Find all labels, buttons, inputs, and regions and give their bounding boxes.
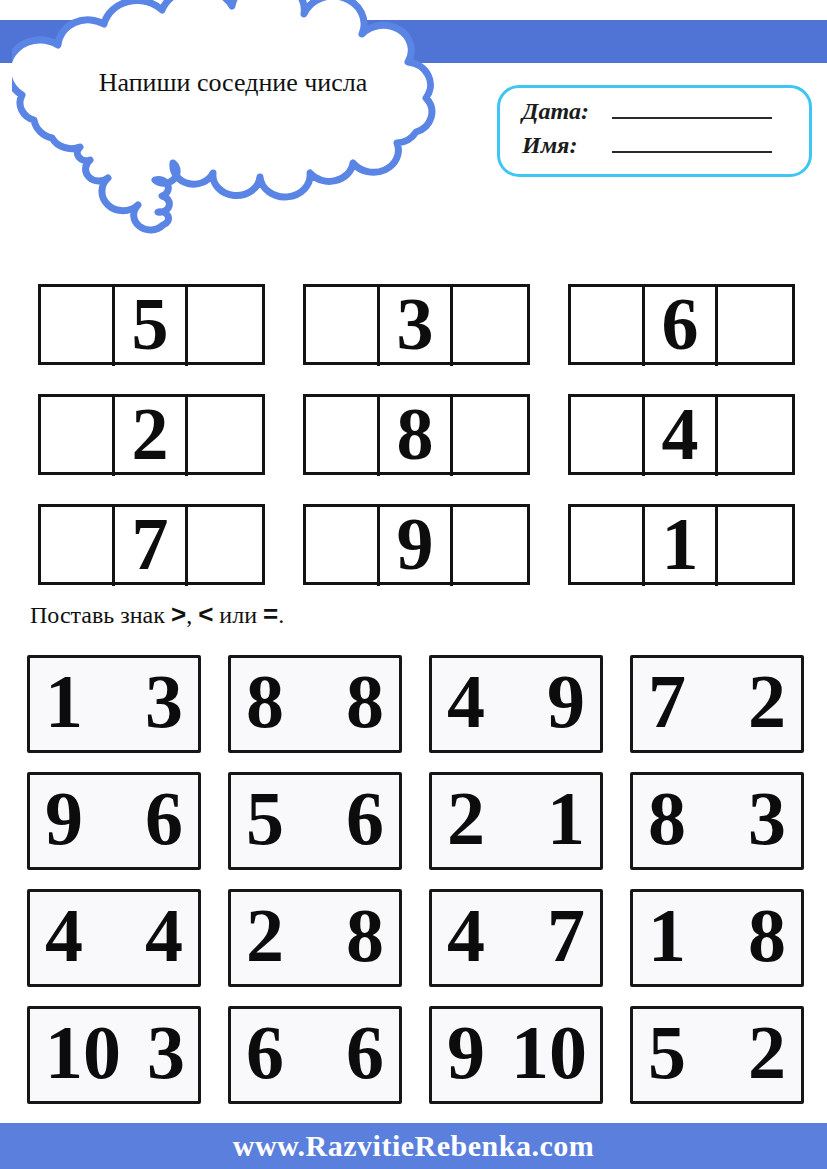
comparison-box: 6 6 [228,1006,402,1104]
comparison-right-number: 8 [346,663,384,746]
answer-cell-left[interactable] [571,287,645,366]
sign-answer-slot[interactable] [704,1025,730,1085]
comparison-right-number: 3 [748,780,786,863]
comparison-right-number: 3 [147,1014,185,1097]
comparison-left-number: 8 [648,780,686,863]
sign-answer-slot[interactable] [101,908,127,968]
sign-answer-slot[interactable] [503,791,529,851]
answer-cell-left[interactable] [306,287,380,366]
sign-answer-slot[interactable] [101,674,127,734]
answer-cell-left[interactable] [306,507,380,586]
comparison-box: 9 6 [27,772,201,870]
answer-cell-right[interactable] [453,507,527,586]
name-input-line[interactable] [612,135,772,153]
date-row: Дата: [522,98,809,132]
comparison-box: 5 2 [630,1006,804,1104]
comparison-box: 4 4 [27,889,201,987]
neighbors-box: 2 [38,394,265,475]
speech-bubble-cloud [12,0,442,235]
comparison-right-number: 10 [511,1014,587,1097]
instruction-or: или [213,602,263,628]
comparison-left-number: 4 [447,663,485,746]
date-name-panel: Дата: Имя: [497,85,812,177]
comparison-box: 7 2 [630,655,804,753]
answer-cell-right[interactable] [188,397,262,476]
comparison-box: 2 8 [228,889,402,987]
comparison-left-number: 8 [246,663,284,746]
answer-cell-right[interactable] [188,287,262,366]
sign-answer-slot[interactable] [302,791,328,851]
neighbors-box: 8 [303,394,530,475]
comparison-box: 1 8 [630,889,804,987]
sign-answer-slot[interactable] [503,908,529,968]
neighbors-box: 5 [38,284,265,365]
given-number-cell: 3 [380,287,454,366]
given-number-cell: 5 [115,287,189,366]
given-number-cell: 4 [645,397,719,476]
footer-url[interactable]: www.RazvitieRebenka.com [233,1129,594,1163]
answer-cell-left[interactable] [41,287,115,366]
date-input-line[interactable] [612,101,772,119]
neighbors-box: 9 [303,504,530,585]
sign-answer-slot[interactable] [302,1025,328,1085]
instruction-text: Поставь знак >, < или =. [30,599,284,630]
comparison-left-number: 4 [447,897,485,980]
answer-cell-right[interactable] [188,507,262,586]
comparison-box: 9 10 [429,1006,603,1104]
date-label: Дата: [522,98,600,125]
sign-answer-slot[interactable] [704,791,730,851]
answer-cell-right[interactable] [718,507,792,586]
answer-cell-right[interactable] [453,397,527,476]
sign-answer-slot[interactable] [485,1025,511,1085]
comparison-box: 10 3 [27,1006,201,1104]
comparison-left-number: 1 [648,897,686,980]
given-number-cell: 2 [115,397,189,476]
sign-answer-slot[interactable] [302,908,328,968]
greater-sign: > [171,599,186,629]
comparison-left-number: 1 [45,663,83,746]
comparison-box: 4 9 [429,655,603,753]
sign-answer-slot[interactable] [503,674,529,734]
comparison-left-number: 2 [246,897,284,980]
comparison-left-number: 2 [447,780,485,863]
worksheet-page: Напиши соседние числа Дата: Имя: 5 3 6 [0,0,827,1169]
neighbors-grid: 5 3 6 2 8 4 7 [38,284,795,585]
name-row: Имя: [522,132,809,166]
comparison-right-number: 3 [145,663,183,746]
comparison-right-number: 6 [346,1014,384,1097]
answer-cell-left[interactable] [571,397,645,476]
comparison-box: 8 8 [228,655,402,753]
answer-cell-left[interactable] [41,397,115,476]
comparison-right-number: 7 [547,897,585,980]
cloud-outline-svg [12,0,442,235]
comparison-left-number: 5 [246,780,284,863]
given-number-cell: 7 [115,507,189,586]
neighbors-box: 6 [568,284,795,365]
comparison-box: 1 3 [27,655,201,753]
less-sign: < [198,599,213,629]
answer-cell-left[interactable] [306,397,380,476]
answer-cell-left[interactable] [41,507,115,586]
given-number-cell: 6 [645,287,719,366]
comparison-left-number: 10 [45,1014,121,1097]
comparison-grid: 1 3 8 8 4 9 7 2 9 6 5 6 2 [27,655,804,1104]
answer-cell-right[interactable] [718,287,792,366]
comparison-right-number: 2 [748,663,786,746]
instruction-sep: , [186,602,198,628]
comparison-right-number: 4 [145,897,183,980]
comparison-box: 2 1 [429,772,603,870]
comparison-left-number: 4 [45,897,83,980]
sign-answer-slot[interactable] [121,1025,147,1085]
comparison-right-number: 8 [346,897,384,980]
name-label: Имя: [522,132,600,159]
comparison-right-number: 1 [547,780,585,863]
instruction-period: . [278,602,284,628]
neighbors-box: 1 [568,504,795,585]
comparison-left-number: 6 [246,1014,284,1097]
comparison-box: 8 3 [630,772,804,870]
comparison-box: 5 6 [228,772,402,870]
instruction-prefix: Поставь знак [30,602,171,628]
sign-answer-slot[interactable] [704,674,730,734]
answer-cell-right[interactable] [453,287,527,366]
comparison-right-number: 6 [145,780,183,863]
comparison-left-number: 5 [648,1014,686,1097]
comparison-right-number: 8 [748,897,786,980]
comparison-left-number: 9 [447,1014,485,1097]
given-number-cell: 1 [645,507,719,586]
neighbors-box: 3 [303,284,530,365]
answer-cell-left[interactable] [571,507,645,586]
comparison-left-number: 9 [45,780,83,863]
comparison-box: 4 7 [429,889,603,987]
given-number-cell: 8 [380,397,454,476]
sign-answer-slot[interactable] [101,791,127,851]
comparison-right-number: 2 [748,1014,786,1097]
sign-answer-slot[interactable] [302,674,328,734]
neighbors-box: 4 [568,394,795,475]
comparison-right-number: 6 [346,780,384,863]
cloud-outline-path [12,0,432,230]
neighbors-box: 7 [38,504,265,585]
comparison-left-number: 7 [648,663,686,746]
footer-bar: www.RazvitieRebenka.com [0,1123,827,1169]
given-number-cell: 9 [380,507,454,586]
equals-sign: = [263,599,278,629]
comparison-right-number: 9 [547,663,585,746]
worksheet-title: Напиши соседние числа [78,68,388,98]
answer-cell-right[interactable] [718,397,792,476]
sign-answer-slot[interactable] [704,908,730,968]
